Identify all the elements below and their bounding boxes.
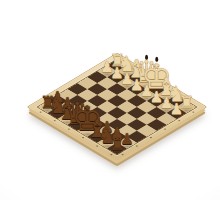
nail-dot bbox=[121, 153, 124, 155]
product-photo: ♜♞♝♛♚♝♞♜♟♟♟♟♟♟♟♟♟♟♟♟♟♟♟♟♜♞♝♛♚♝♞♜ bbox=[0, 0, 220, 200]
nail-dot bbox=[149, 136, 152, 138]
nail-dot bbox=[40, 111, 43, 113]
nail-dot bbox=[163, 128, 166, 130]
dark-finial bbox=[145, 55, 148, 60]
chessboard bbox=[38, 59, 196, 154]
nail-dot bbox=[135, 145, 138, 147]
nail-dot bbox=[192, 111, 195, 113]
board-frame bbox=[28, 54, 206, 161]
nail-dot bbox=[54, 120, 57, 122]
nail-dot bbox=[96, 145, 99, 147]
dark-finial bbox=[155, 57, 158, 62]
nail-dot bbox=[82, 136, 85, 138]
nail-dot bbox=[110, 153, 113, 155]
nail-dot bbox=[68, 128, 71, 130]
nail-dot bbox=[177, 120, 180, 122]
